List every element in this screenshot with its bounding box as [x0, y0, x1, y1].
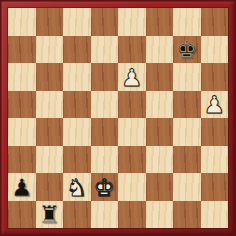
square-a8[interactable]: [8, 8, 36, 36]
square-h5[interactable]: ♟: [201, 91, 229, 119]
square-b1[interactable]: ♜: [36, 201, 64, 229]
square-d2[interactable]: ♚: [91, 173, 119, 201]
square-d6[interactable]: [91, 63, 119, 91]
black-rook-piece: ♜: [38, 203, 60, 227]
square-h4[interactable]: [201, 118, 229, 146]
square-g4[interactable]: [173, 118, 201, 146]
square-h6[interactable]: [201, 63, 229, 91]
square-e6[interactable]: ♟: [118, 63, 146, 91]
square-b2[interactable]: [36, 173, 64, 201]
chess-board: ♚♟♟♟♞♚♜: [8, 8, 228, 228]
square-c5[interactable]: [63, 91, 91, 119]
black-king-piece: ♚: [176, 38, 198, 62]
square-f1[interactable]: [146, 201, 174, 229]
square-f5[interactable]: [146, 91, 174, 119]
square-g3[interactable]: [173, 146, 201, 174]
square-d4[interactable]: [91, 118, 119, 146]
square-b8[interactable]: [36, 8, 64, 36]
square-a4[interactable]: [8, 118, 36, 146]
square-c6[interactable]: [63, 63, 91, 91]
board-frame: ♚♟♟♟♞♚♜: [0, 0, 236, 236]
square-a5[interactable]: [8, 91, 36, 119]
square-g2[interactable]: [173, 173, 201, 201]
square-c7[interactable]: [63, 36, 91, 64]
square-g5[interactable]: [173, 91, 201, 119]
square-c8[interactable]: [63, 8, 91, 36]
square-a1[interactable]: [8, 201, 36, 229]
square-b7[interactable]: [36, 36, 64, 64]
square-b4[interactable]: [36, 118, 64, 146]
white-pawn-piece: ♟: [121, 65, 143, 89]
white-pawn-piece: ♟: [203, 93, 225, 117]
square-g6[interactable]: [173, 63, 201, 91]
square-d8[interactable]: [91, 8, 119, 36]
square-f8[interactable]: [146, 8, 174, 36]
square-e7[interactable]: [118, 36, 146, 64]
square-g7[interactable]: ♚: [173, 36, 201, 64]
square-f2[interactable]: [146, 173, 174, 201]
square-a2[interactable]: ♟: [8, 173, 36, 201]
square-f4[interactable]: [146, 118, 174, 146]
square-d1[interactable]: [91, 201, 119, 229]
square-b3[interactable]: [36, 146, 64, 174]
square-h7[interactable]: [201, 36, 229, 64]
square-h1[interactable]: [201, 201, 229, 229]
square-h8[interactable]: [201, 8, 229, 36]
white-king-piece: ♚: [93, 175, 115, 199]
square-e4[interactable]: [118, 118, 146, 146]
square-a6[interactable]: [8, 63, 36, 91]
square-b6[interactable]: [36, 63, 64, 91]
square-b5[interactable]: [36, 91, 64, 119]
square-a3[interactable]: [8, 146, 36, 174]
square-d3[interactable]: [91, 146, 119, 174]
square-g1[interactable]: [173, 201, 201, 229]
square-e2[interactable]: [118, 173, 146, 201]
square-c2[interactable]: ♞: [63, 173, 91, 201]
square-h3[interactable]: [201, 146, 229, 174]
square-c3[interactable]: [63, 146, 91, 174]
square-f3[interactable]: [146, 146, 174, 174]
square-d7[interactable]: [91, 36, 119, 64]
square-g8[interactable]: [173, 8, 201, 36]
square-a7[interactable]: [8, 36, 36, 64]
black-pawn-piece: ♟: [11, 175, 33, 199]
square-c1[interactable]: [63, 201, 91, 229]
square-f7[interactable]: [146, 36, 174, 64]
square-e8[interactable]: [118, 8, 146, 36]
white-knight-piece: ♞: [66, 175, 88, 199]
square-c4[interactable]: [63, 118, 91, 146]
square-d5[interactable]: [91, 91, 119, 119]
square-h2[interactable]: [201, 173, 229, 201]
square-e3[interactable]: [118, 146, 146, 174]
square-e5[interactable]: [118, 91, 146, 119]
square-f6[interactable]: [146, 63, 174, 91]
square-e1[interactable]: [118, 201, 146, 229]
